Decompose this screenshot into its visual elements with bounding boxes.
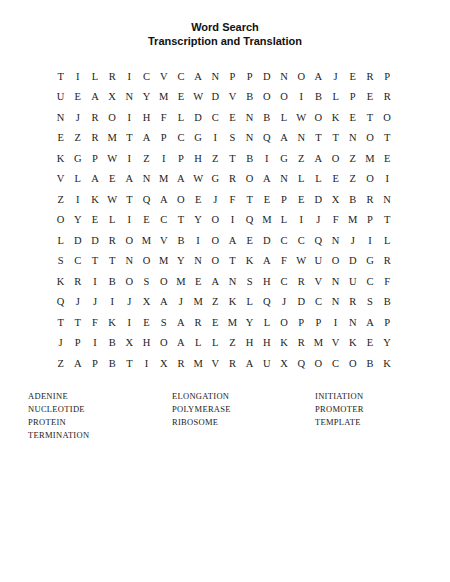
grid-cell-r4c17[interactable]: T [327,128,344,149]
grid-cell-r7c16[interactable]: D [310,189,327,210]
grid-cell-r9c3[interactable]: D [86,230,103,251]
grid-cell-r15c5[interactable]: T [121,353,138,374]
grid-cell-r6c8[interactable]: A [172,169,189,190]
grid-cell-r11c7[interactable]: O [155,271,172,292]
grid-cell-r9c6[interactable]: M [138,230,155,251]
grid-cell-r12c5[interactable]: J [121,292,138,313]
grid-cell-r1c20[interactable]: P [379,66,396,87]
grid-cell-r10c15[interactable]: W [293,251,310,272]
grid-cell-r10c14[interactable]: F [275,251,292,272]
grid-cell-r14c17[interactable]: V [327,333,344,354]
grid-cell-r2c13[interactable]: O [258,87,275,108]
grid-cell-r9c8[interactable]: B [172,230,189,251]
grid-cell-r3c19[interactable]: T [361,107,378,128]
grid-cell-r4c11[interactable]: S [224,128,241,149]
grid-cell-r15c16[interactable]: O [310,353,327,374]
grid-cell-r7c14[interactable]: P [275,189,292,210]
grid-cell-r2c6[interactable]: Y [138,87,155,108]
grid-cell-r9c14[interactable]: C [275,230,292,251]
grid-cell-r4c14[interactable]: A [275,128,292,149]
grid-cell-r1c8[interactable]: C [172,66,189,87]
grid-cell-r1c18[interactable]: E [344,66,361,87]
grid-cell-r13c10[interactable]: E [207,312,224,333]
grid-cell-r7c18[interactable]: B [344,189,361,210]
grid-cell-r7c19[interactable]: R [361,189,378,210]
grid-cell-r10c10[interactable]: O [207,251,224,272]
grid-cell-r7c7[interactable]: A [155,189,172,210]
grid-cell-r6c16[interactable]: L [310,169,327,190]
grid-cell-r7c15[interactable]: E [293,189,310,210]
grid-cell-r12c15[interactable]: D [293,292,310,313]
grid-cell-r5c9[interactable]: H [190,148,207,169]
grid-cell-r7c9[interactable]: E [190,189,207,210]
grid-cell-r6c1[interactable]: V [52,169,69,190]
grid-cell-r2c8[interactable]: E [172,87,189,108]
grid-cell-r6c14[interactable]: N [275,169,292,190]
grid-cell-r5c19[interactable]: M [361,148,378,169]
grid-cell-r2c1[interactable]: U [52,87,69,108]
grid-cell-r13c19[interactable]: A [361,312,378,333]
grid-cell-r1c4[interactable]: R [104,66,121,87]
grid-cell-r8c8[interactable]: T [172,210,189,231]
grid-cell-r7c12[interactable]: T [241,189,258,210]
grid-cell-r1c1[interactable]: T [52,66,69,87]
grid-cell-r13c7[interactable]: S [155,312,172,333]
grid-cell-r6c12[interactable]: O [241,169,258,190]
grid-cell-r5c2[interactable]: G [69,148,86,169]
grid-cell-r15c10[interactable]: V [207,353,224,374]
grid-cell-r8c10[interactable]: O [207,210,224,231]
grid-cell-r3c12[interactable]: N [241,107,258,128]
grid-cell-r2c11[interactable]: V [224,87,241,108]
grid-cell-r14c2[interactable]: P [69,333,86,354]
grid-cell-r2c10[interactable]: D [207,87,224,108]
grid-cell-r10c12[interactable]: K [241,251,258,272]
grid-cell-r9c13[interactable]: D [258,230,275,251]
grid-cell-r8c1[interactable]: O [52,210,69,231]
grid-cell-r11c4[interactable]: B [104,271,121,292]
grid-cell-r6c15[interactable]: L [293,169,310,190]
grid-cell-r15c2[interactable]: A [69,353,86,374]
grid-cell-r14c16[interactable]: M [310,333,327,354]
grid-cell-r11c17[interactable]: N [327,271,344,292]
grid-cell-r11c11[interactable]: N [224,271,241,292]
grid-cell-r14c3[interactable]: I [86,333,103,354]
grid-cell-r9c19[interactable]: I [361,230,378,251]
grid-cell-r3c9[interactable]: D [190,107,207,128]
grid-cell-r1c19[interactable]: R [361,66,378,87]
grid-cell-r7c4[interactable]: W [104,189,121,210]
grid-cell-r3c20[interactable]: O [379,107,396,128]
grid-cell-r2c4[interactable]: X [104,87,121,108]
grid-cell-r8c17[interactable]: F [327,210,344,231]
grid-cell-r7c8[interactable]: O [172,189,189,210]
grid-cell-r1c11[interactable]: P [224,66,241,87]
grid-cell-r12c16[interactable]: C [310,292,327,313]
grid-cell-r13c18[interactable]: N [344,312,361,333]
grid-cell-r8c3[interactable]: E [86,210,103,231]
grid-cell-r14c7[interactable]: O [155,333,172,354]
grid-cell-r4c16[interactable]: T [310,128,327,149]
grid-cell-r14c10[interactable]: L [207,333,224,354]
grid-cell-r15c8[interactable]: R [172,353,189,374]
grid-cell-r15c17[interactable]: C [327,353,344,374]
grid-cell-r10c20[interactable]: R [379,251,396,272]
grid-cell-r8c2[interactable]: Y [69,210,86,231]
grid-cell-r5c15[interactable]: Z [293,148,310,169]
grid-cell-r2c9[interactable]: W [190,87,207,108]
grid-cell-r11c18[interactable]: U [344,271,361,292]
grid-cell-r10c7[interactable]: M [155,251,172,272]
grid-cell-r6c11[interactable]: R [224,169,241,190]
grid-cell-r5c5[interactable]: I [121,148,138,169]
grid-cell-r11c12[interactable]: S [241,271,258,292]
grid-cell-r7c6[interactable]: Q [138,189,155,210]
grid-cell-r7c13[interactable]: E [258,189,275,210]
grid-cell-r6c20[interactable]: I [379,169,396,190]
grid-cell-r6c5[interactable]: A [121,169,138,190]
grid-cell-r8c15[interactable]: I [293,210,310,231]
grid-cell-r6c6[interactable]: N [138,169,155,190]
grid-cell-r6c10[interactable]: G [207,169,224,190]
grid-cell-r5c8[interactable]: P [172,148,189,169]
grid-cell-r12c6[interactable]: X [138,292,155,313]
grid-cell-r15c4[interactable]: B [104,353,121,374]
grid-cell-r13c12[interactable]: Y [241,312,258,333]
grid-cell-r3c11[interactable]: E [224,107,241,128]
grid-cell-r2c14[interactable]: O [275,87,292,108]
grid-cell-r5c20[interactable]: E [379,148,396,169]
grid-cell-r14c8[interactable]: A [172,333,189,354]
grid-cell-r1c7[interactable]: V [155,66,172,87]
grid-cell-r13c1[interactable]: T [52,312,69,333]
grid-cell-r4c6[interactable]: A [138,128,155,149]
grid-cell-r3c18[interactable]: E [344,107,361,128]
grid-cell-r13c13[interactable]: L [258,312,275,333]
grid-cell-r10c2[interactable]: C [69,251,86,272]
grid-cell-r15c11[interactable]: R [224,353,241,374]
grid-cell-r13c15[interactable]: P [293,312,310,333]
grid-cell-r8c13[interactable]: M [258,210,275,231]
grid-cell-r1c5[interactable]: I [121,66,138,87]
grid-cell-r10c4[interactable]: T [104,251,121,272]
grid-cell-r4c10[interactable]: I [207,128,224,149]
grid-cell-r5c13[interactable]: I [258,148,275,169]
grid-cell-r9c15[interactable]: C [293,230,310,251]
grid-cell-r9c2[interactable]: D [69,230,86,251]
grid-cell-r10c8[interactable]: Y [172,251,189,272]
grid-cell-r11c9[interactable]: E [190,271,207,292]
grid-cell-r15c6[interactable]: I [138,353,155,374]
grid-cell-r1c13[interactable]: D [258,66,275,87]
grid-cell-r8c9[interactable]: Y [190,210,207,231]
grid-cell-r11c5[interactable]: O [121,271,138,292]
grid-cell-r1c12[interactable]: P [241,66,258,87]
grid-cell-r4c15[interactable]: N [293,128,310,149]
grid-cell-r11c10[interactable]: A [207,271,224,292]
grid-cell-r3c4[interactable]: O [104,107,121,128]
grid-cell-r15c9[interactable]: M [190,353,207,374]
grid-cell-r6c9[interactable]: W [190,169,207,190]
grid-cell-r1c16[interactable]: A [310,66,327,87]
grid-cell-r15c1[interactable]: Z [52,353,69,374]
grid-cell-r13c9[interactable]: R [190,312,207,333]
grid-cell-r4c20[interactable]: T [379,128,396,149]
grid-cell-r10c5[interactable]: N [121,251,138,272]
grid-cell-r4c7[interactable]: P [155,128,172,149]
grid-cell-r9c12[interactable]: E [241,230,258,251]
grid-cell-r11c16[interactable]: V [310,271,327,292]
grid-cell-r15c18[interactable]: O [344,353,361,374]
grid-cell-r6c18[interactable]: Z [344,169,361,190]
grid-cell-r1c15[interactable]: O [293,66,310,87]
grid-cell-r9c5[interactable]: O [121,230,138,251]
grid-cell-r1c14[interactable]: N [275,66,292,87]
grid-cell-r3c10[interactable]: C [207,107,224,128]
grid-cell-r8c6[interactable]: E [138,210,155,231]
grid-cell-r11c14[interactable]: C [275,271,292,292]
grid-cell-r7c3[interactable]: K [86,189,103,210]
grid-cell-r10c13[interactable]: A [258,251,275,272]
grid-cell-r3c16[interactable]: O [310,107,327,128]
grid-cell-r12c11[interactable]: K [224,292,241,313]
grid-cell-r6c4[interactable]: E [104,169,121,190]
grid-cell-r13c14[interactable]: O [275,312,292,333]
grid-cell-r15c3[interactable]: P [86,353,103,374]
grid-cell-r9c4[interactable]: R [104,230,121,251]
grid-cell-r12c2[interactable]: J [69,292,86,313]
grid-cell-r12c1[interactable]: Q [52,292,69,313]
grid-cell-r8c11[interactable]: I [224,210,241,231]
grid-cell-r2c5[interactable]: N [121,87,138,108]
grid-cell-r10c19[interactable]: G [361,251,378,272]
grid-cell-r8c4[interactable]: L [104,210,121,231]
grid-cell-r8c5[interactable]: I [121,210,138,231]
grid-cell-r6c7[interactable]: M [155,169,172,190]
grid-cell-r2c2[interactable]: E [69,87,86,108]
grid-cell-r1c10[interactable]: N [207,66,224,87]
grid-cell-r4c3[interactable]: R [86,128,103,149]
grid-cell-r3c6[interactable]: H [138,107,155,128]
grid-cell-r11c2[interactable]: R [69,271,86,292]
grid-cell-r7c11[interactable]: F [224,189,241,210]
grid-cell-r7c1[interactable]: Z [52,189,69,210]
grid-cell-r9c18[interactable]: J [344,230,361,251]
grid-cell-r3c13[interactable]: B [258,107,275,128]
grid-cell-r4c2[interactable]: Z [69,128,86,149]
grid-cell-r2c12[interactable]: B [241,87,258,108]
grid-cell-r14c18[interactable]: K [344,333,361,354]
grid-cell-r4c19[interactable]: O [361,128,378,149]
grid-cell-r5c14[interactable]: G [275,148,292,169]
grid-cell-r8c14[interactable]: L [275,210,292,231]
grid-cell-r14c15[interactable]: R [293,333,310,354]
grid-cell-r12c3[interactable]: J [86,292,103,313]
grid-cell-r15c14[interactable]: X [275,353,292,374]
grid-cell-r15c13[interactable]: U [258,353,275,374]
grid-cell-r13c6[interactable]: E [138,312,155,333]
grid-cell-r2c19[interactable]: E [361,87,378,108]
grid-cell-r7c20[interactable]: N [379,189,396,210]
grid-cell-r12c18[interactable]: R [344,292,361,313]
grid-cell-r5c12[interactable]: B [241,148,258,169]
grid-cell-r12c13[interactable]: Q [258,292,275,313]
grid-cell-r5c6[interactable]: Z [138,148,155,169]
grid-cell-r8c18[interactable]: M [344,210,361,231]
grid-cell-r2c15[interactable]: I [293,87,310,108]
grid-cell-r5c3[interactable]: P [86,148,103,169]
grid-cell-r7c17[interactable]: X [327,189,344,210]
grid-cell-r9c1[interactable]: L [52,230,69,251]
grid-cell-r3c3[interactable]: R [86,107,103,128]
grid-cell-r3c7[interactable]: F [155,107,172,128]
grid-cell-r5c4[interactable]: W [104,148,121,169]
grid-cell-r7c5[interactable]: T [121,189,138,210]
grid-cell-r11c6[interactable]: S [138,271,155,292]
grid-cell-r11c3[interactable]: I [86,271,103,292]
grid-cell-r15c7[interactable]: X [155,353,172,374]
grid-cell-r2c20[interactable]: R [379,87,396,108]
grid-cell-r11c15[interactable]: R [293,271,310,292]
grid-cell-r8c19[interactable]: P [361,210,378,231]
grid-cell-r4c4[interactable]: M [104,128,121,149]
grid-cell-r9c11[interactable]: A [224,230,241,251]
grid-cell-r9c20[interactable]: L [379,230,396,251]
grid-cell-r4c13[interactable]: Q [258,128,275,149]
grid-cell-r5c18[interactable]: Z [344,148,361,169]
grid-cell-r1c17[interactable]: J [327,66,344,87]
grid-cell-r13c2[interactable]: T [69,312,86,333]
grid-cell-r13c20[interactable]: P [379,312,396,333]
grid-cell-r10c6[interactable]: O [138,251,155,272]
grid-cell-r2c17[interactable]: L [327,87,344,108]
grid-cell-r6c13[interactable]: A [258,169,275,190]
grid-cell-r11c8[interactable]: M [172,271,189,292]
grid-cell-r3c8[interactable]: L [172,107,189,128]
grid-cell-r5c7[interactable]: I [155,148,172,169]
grid-cell-r14c20[interactable]: Y [379,333,396,354]
grid-cell-r14c4[interactable]: B [104,333,121,354]
grid-cell-r6c3[interactable]: A [86,169,103,190]
grid-cell-r5c10[interactable]: Z [207,148,224,169]
grid-cell-r1c6[interactable]: C [138,66,155,87]
grid-cell-r7c2[interactable]: I [69,189,86,210]
grid-cell-r12c14[interactable]: J [275,292,292,313]
grid-cell-r14c14[interactable]: K [275,333,292,354]
grid-cell-r10c16[interactable]: U [310,251,327,272]
grid-cell-r13c11[interactable]: M [224,312,241,333]
grid-cell-r10c17[interactable]: O [327,251,344,272]
grid-cell-r9c16[interactable]: Q [310,230,327,251]
grid-cell-r8c7[interactable]: C [155,210,172,231]
grid-cell-r12c19[interactable]: S [361,292,378,313]
grid-cell-r2c18[interactable]: P [344,87,361,108]
grid-cell-r14c9[interactable]: L [190,333,207,354]
grid-cell-r4c18[interactable]: N [344,128,361,149]
grid-cell-r11c1[interactable]: K [52,271,69,292]
grid-cell-r8c12[interactable]: Q [241,210,258,231]
grid-cell-r13c5[interactable]: I [121,312,138,333]
grid-cell-r14c6[interactable]: H [138,333,155,354]
grid-cell-r4c5[interactable]: T [121,128,138,149]
grid-cell-r5c1[interactable]: K [52,148,69,169]
grid-cell-r14c19[interactable]: E [361,333,378,354]
grid-cell-r12c8[interactable]: J [172,292,189,313]
grid-cell-r14c13[interactable]: H [258,333,275,354]
grid-cell-r13c17[interactable]: I [327,312,344,333]
grid-cell-r8c16[interactable]: J [310,210,327,231]
grid-cell-r9c17[interactable]: N [327,230,344,251]
grid-cell-r3c17[interactable]: K [327,107,344,128]
grid-cell-r10c18[interactable]: D [344,251,361,272]
grid-cell-r10c3[interactable]: T [86,251,103,272]
grid-cell-r14c1[interactable]: J [52,333,69,354]
grid-cell-r13c3[interactable]: F [86,312,103,333]
grid-cell-r1c2[interactable]: I [69,66,86,87]
grid-cell-r13c8[interactable]: A [172,312,189,333]
grid-cell-r11c20[interactable]: F [379,271,396,292]
grid-cell-r4c9[interactable]: G [190,128,207,149]
grid-cell-r6c17[interactable]: E [327,169,344,190]
grid-cell-r3c15[interactable]: W [293,107,310,128]
grid-cell-r12c12[interactable]: L [241,292,258,313]
grid-cell-r10c1[interactable]: S [52,251,69,272]
grid-cell-r10c11[interactable]: T [224,251,241,272]
grid-cell-r2c3[interactable]: A [86,87,103,108]
grid-cell-r12c20[interactable]: B [379,292,396,313]
grid-cell-r5c11[interactable]: T [224,148,241,169]
grid-cell-r4c12[interactable]: N [241,128,258,149]
grid-cell-r1c3[interactable]: L [86,66,103,87]
grid-cell-r12c10[interactable]: Z [207,292,224,313]
grid-cell-r9c7[interactable]: V [155,230,172,251]
grid-cell-r10c9[interactable]: N [190,251,207,272]
grid-cell-r1c9[interactable]: A [190,66,207,87]
grid-cell-r12c7[interactable]: A [155,292,172,313]
grid-cell-r3c14[interactable]: L [275,107,292,128]
grid-cell-r11c13[interactable]: H [258,271,275,292]
grid-cell-r12c4[interactable]: I [104,292,121,313]
grid-cell-r14c11[interactable]: Z [224,333,241,354]
grid-cell-r9c9[interactable]: I [190,230,207,251]
grid-cell-r3c2[interactable]: J [69,107,86,128]
grid-cell-r4c8[interactable]: C [172,128,189,149]
grid-cell-r14c12[interactable]: H [241,333,258,354]
grid-cell-r11c19[interactable]: C [361,271,378,292]
grid-cell-r15c12[interactable]: A [241,353,258,374]
grid-cell-r4c1[interactable]: E [52,128,69,149]
grid-cell-r13c16[interactable]: P [310,312,327,333]
grid-cell-r2c7[interactable]: M [155,87,172,108]
grid-cell-r3c5[interactable]: I [121,107,138,128]
grid-cell-r6c2[interactable]: L [69,169,86,190]
grid-cell-r5c17[interactable]: O [327,148,344,169]
grid-cell-r7c10[interactable]: J [207,189,224,210]
grid-cell-r9c10[interactable]: O [207,230,224,251]
grid-cell-r2c16[interactable]: B [310,87,327,108]
grid-cell-r13c4[interactable]: K [104,312,121,333]
grid-cell-r8c20[interactable]: T [379,210,396,231]
grid-cell-r3c1[interactable]: N [52,107,69,128]
grid-cell-r14c5[interactable]: X [121,333,138,354]
grid-cell-r15c15[interactable]: Q [293,353,310,374]
grid-cell-r6c19[interactable]: O [361,169,378,190]
grid-cell-r12c17[interactable]: N [327,292,344,313]
grid-cell-r5c16[interactable]: A [310,148,327,169]
grid-cell-r15c20[interactable]: K [379,353,396,374]
grid-cell-r12c9[interactable]: M [190,292,207,313]
grid-cell-r15c19[interactable]: B [361,353,378,374]
